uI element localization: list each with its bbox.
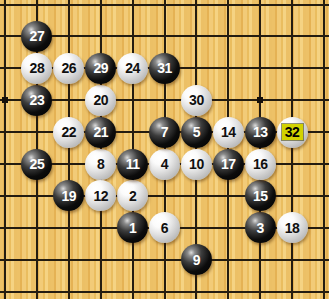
move-number: 15 bbox=[253, 188, 268, 204]
move-number: 23 bbox=[30, 92, 45, 108]
move-number: 4 bbox=[161, 156, 168, 172]
stone-black-17[interactable]: 17 bbox=[213, 149, 244, 180]
stone-black-15[interactable]: 15 bbox=[245, 180, 276, 211]
stone-black-13[interactable]: 13 bbox=[245, 117, 276, 148]
move-number: 18 bbox=[285, 220, 300, 236]
move-number: 26 bbox=[62, 60, 77, 76]
move-number: 6 bbox=[161, 220, 168, 236]
star-point bbox=[2, 97, 8, 103]
move-number: 20 bbox=[93, 92, 108, 108]
stone-white-12[interactable]: 12 bbox=[85, 180, 116, 211]
move-number: 2 bbox=[129, 188, 136, 204]
move-number: 13 bbox=[253, 124, 268, 140]
stone-white-2[interactable]: 2 bbox=[117, 180, 148, 211]
move-number: 24 bbox=[125, 60, 140, 76]
stone-white-30[interactable]: 30 bbox=[181, 85, 212, 116]
move-number: 5 bbox=[193, 124, 200, 140]
grid-hline bbox=[0, 259, 329, 261]
stone-black-27[interactable]: 27 bbox=[21, 21, 52, 52]
move-number: 8 bbox=[97, 156, 104, 172]
move-number: 30 bbox=[189, 92, 204, 108]
grid-vline bbox=[68, 0, 70, 299]
stone-white-22[interactable]: 22 bbox=[53, 117, 84, 148]
stone-black-21[interactable]: 21 bbox=[85, 117, 116, 148]
stone-white-10[interactable]: 10 bbox=[181, 149, 212, 180]
move-number: 31 bbox=[157, 60, 172, 76]
move-number: 29 bbox=[93, 60, 108, 76]
move-number: 9 bbox=[193, 252, 200, 268]
grid-hline bbox=[0, 291, 329, 293]
stone-black-19[interactable]: 19 bbox=[53, 180, 84, 211]
stone-white-16[interactable]: 16 bbox=[245, 149, 276, 180]
stone-black-7[interactable]: 7 bbox=[149, 117, 180, 148]
stone-white-28[interactable]: 28 bbox=[21, 53, 52, 84]
stone-white-32[interactable]: 32 bbox=[277, 117, 308, 148]
grid-hline bbox=[0, 195, 329, 197]
stone-black-3[interactable]: 3 bbox=[245, 212, 276, 243]
move-number: 7 bbox=[161, 124, 168, 140]
move-number: 3 bbox=[257, 220, 264, 236]
stone-black-5[interactable]: 5 bbox=[181, 117, 212, 148]
move-number: 1 bbox=[129, 220, 136, 236]
move-number: 22 bbox=[62, 124, 77, 140]
move-number: 19 bbox=[62, 188, 77, 204]
move-number: 28 bbox=[30, 60, 45, 76]
stone-black-31[interactable]: 31 bbox=[149, 53, 180, 84]
stone-white-20[interactable]: 20 bbox=[85, 85, 116, 116]
stone-black-25[interactable]: 25 bbox=[21, 149, 52, 180]
move-number: 12 bbox=[93, 188, 108, 204]
move-number: 10 bbox=[189, 156, 204, 172]
grid-hline bbox=[0, 4, 329, 6]
stone-white-18[interactable]: 18 bbox=[277, 212, 308, 243]
grid-vline bbox=[291, 0, 293, 299]
move-number: 21 bbox=[93, 124, 108, 140]
stone-white-4[interactable]: 4 bbox=[149, 149, 180, 180]
move-number: 14 bbox=[221, 124, 236, 140]
stone-white-26[interactable]: 26 bbox=[53, 53, 84, 84]
grid-vline bbox=[323, 0, 325, 299]
stone-black-23[interactable]: 23 bbox=[21, 85, 52, 116]
grid-vline bbox=[4, 0, 6, 299]
stone-black-11[interactable]: 11 bbox=[117, 149, 148, 180]
last-move-marker: 32 bbox=[282, 124, 303, 140]
move-number: 25 bbox=[30, 156, 45, 172]
stone-black-29[interactable]: 29 bbox=[85, 53, 116, 84]
go-board[interactable]: 1234567891011121314151617181920212223242… bbox=[0, 0, 329, 299]
stone-white-24[interactable]: 24 bbox=[117, 53, 148, 84]
star-point bbox=[257, 97, 263, 103]
stone-white-14[interactable]: 14 bbox=[213, 117, 244, 148]
move-number: 16 bbox=[253, 156, 268, 172]
move-number: 11 bbox=[126, 156, 140, 172]
stone-white-6[interactable]: 6 bbox=[149, 212, 180, 243]
stone-black-9[interactable]: 9 bbox=[181, 244, 212, 275]
stone-white-8[interactable]: 8 bbox=[85, 149, 116, 180]
move-number: 27 bbox=[30, 28, 45, 44]
stone-black-1[interactable]: 1 bbox=[117, 212, 148, 243]
move-number: 17 bbox=[221, 156, 236, 172]
